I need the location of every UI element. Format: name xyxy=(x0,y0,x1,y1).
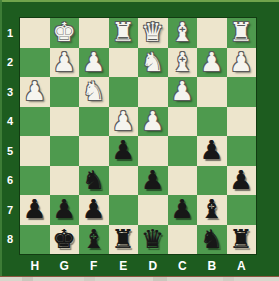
black-pawn: ♟ xyxy=(20,195,50,225)
square-g3[interactable] xyxy=(50,77,80,107)
white-pawn: ♟ xyxy=(50,48,80,78)
rank-label-2: 2 xyxy=(0,48,20,78)
square-e1[interactable]: ♜ xyxy=(109,18,139,48)
file-label-h: H xyxy=(20,254,50,277)
square-h3[interactable]: ♟ xyxy=(20,77,50,107)
white-pawn: ♟ xyxy=(138,107,168,137)
square-a4[interactable] xyxy=(227,107,257,137)
black-pawn: ♟ xyxy=(50,195,80,225)
black-pawn: ♟ xyxy=(138,166,168,196)
square-f5[interactable] xyxy=(79,136,109,166)
square-c6[interactable] xyxy=(168,166,198,196)
chess-board: ♚♜♛♝♜♟♟♞♝♟♟♟♞♟♟♟♟♟♞♟♟♟♟♟♟♝♚♝♜♛♞♜ xyxy=(20,18,256,254)
square-e5[interactable]: ♟ xyxy=(109,136,139,166)
square-a6[interactable]: ♟ xyxy=(227,166,257,196)
square-h6[interactable] xyxy=(20,166,50,196)
square-c2[interactable]: ♝ xyxy=(168,48,198,78)
white-pawn: ♟ xyxy=(79,48,109,78)
rank-label-8: 8 xyxy=(0,225,20,255)
black-rook: ♜ xyxy=(227,225,257,255)
black-pawn: ♟ xyxy=(227,166,257,196)
square-b6[interactable] xyxy=(197,166,227,196)
black-queen: ♛ xyxy=(138,225,168,255)
square-d3[interactable] xyxy=(138,77,168,107)
square-g1[interactable]: ♚ xyxy=(50,18,80,48)
rank-label-1: 1 xyxy=(0,18,20,48)
square-c7[interactable]: ♟ xyxy=(168,195,198,225)
square-a3[interactable] xyxy=(227,77,257,107)
square-d7[interactable] xyxy=(138,195,168,225)
file-label-a: A xyxy=(227,254,257,277)
square-a5[interactable] xyxy=(227,136,257,166)
square-b2[interactable]: ♟ xyxy=(197,48,227,78)
square-f7[interactable]: ♟ xyxy=(79,195,109,225)
square-c1[interactable]: ♝ xyxy=(168,18,198,48)
white-knight: ♞ xyxy=(138,48,168,78)
white-queen: ♛ xyxy=(138,18,168,48)
rank-label-6: 6 xyxy=(0,166,20,196)
square-d6[interactable]: ♟ xyxy=(138,166,168,196)
square-f2[interactable]: ♟ xyxy=(79,48,109,78)
rank-label-7: 7 xyxy=(0,195,20,225)
square-b4[interactable] xyxy=(197,107,227,137)
white-pawn: ♟ xyxy=(227,48,257,78)
square-c5[interactable] xyxy=(168,136,198,166)
white-pawn: ♟ xyxy=(197,48,227,78)
black-bishop: ♝ xyxy=(197,195,227,225)
black-pawn: ♟ xyxy=(168,195,198,225)
square-c8[interactable] xyxy=(168,225,198,255)
rank-label-3: 3 xyxy=(0,77,20,107)
square-b1[interactable] xyxy=(197,18,227,48)
square-f3[interactable]: ♞ xyxy=(79,77,109,107)
black-pawn: ♟ xyxy=(79,195,109,225)
square-h2[interactable] xyxy=(20,48,50,78)
square-e7[interactable] xyxy=(109,195,139,225)
square-g8[interactable]: ♚ xyxy=(50,225,80,255)
image-edge-artifact xyxy=(0,276,279,281)
square-g6[interactable] xyxy=(50,166,80,196)
file-label-e: E xyxy=(109,254,139,277)
square-f8[interactable]: ♝ xyxy=(79,225,109,255)
white-pawn: ♟ xyxy=(168,77,198,107)
square-e3[interactable] xyxy=(109,77,139,107)
black-pawn: ♟ xyxy=(109,136,139,166)
black-knight: ♞ xyxy=(197,225,227,255)
frame-top-highlight xyxy=(0,0,279,2)
white-pawn: ♟ xyxy=(20,77,50,107)
square-f1[interactable] xyxy=(79,18,109,48)
square-c3[interactable]: ♟ xyxy=(168,77,198,107)
file-label-d: D xyxy=(138,254,168,277)
white-rook: ♜ xyxy=(227,18,257,48)
square-h4[interactable] xyxy=(20,107,50,137)
rank-label-4: 4 xyxy=(0,107,20,137)
square-e2[interactable] xyxy=(109,48,139,78)
square-f6[interactable]: ♞ xyxy=(79,166,109,196)
square-d5[interactable] xyxy=(138,136,168,166)
square-e6[interactable] xyxy=(109,166,139,196)
square-e8[interactable]: ♜ xyxy=(109,225,139,255)
file-label-c: C xyxy=(168,254,198,277)
chess-diagram-frame: 12345678 ♚♜♛♝♜♟♟♞♝♟♟♟♞♟♟♟♟♟♞♟♟♟♟♟♟♝♚♝♜♛♞… xyxy=(0,0,279,281)
square-d1[interactable]: ♛ xyxy=(138,18,168,48)
square-a7[interactable] xyxy=(227,195,257,225)
rank-label-5: 5 xyxy=(0,136,20,166)
black-king: ♚ xyxy=(50,225,80,255)
black-knight: ♞ xyxy=(79,166,109,196)
square-g7[interactable]: ♟ xyxy=(50,195,80,225)
square-d8[interactable]: ♛ xyxy=(138,225,168,255)
black-rook: ♜ xyxy=(109,225,139,255)
white-king: ♚ xyxy=(50,18,80,48)
square-h5[interactable] xyxy=(20,136,50,166)
square-a2[interactable]: ♟ xyxy=(227,48,257,78)
square-d2[interactable]: ♞ xyxy=(138,48,168,78)
rank-labels: 12345678 xyxy=(0,18,20,254)
square-g5[interactable] xyxy=(50,136,80,166)
square-b7[interactable]: ♝ xyxy=(197,195,227,225)
square-c4[interactable] xyxy=(168,107,198,137)
square-h8[interactable] xyxy=(20,225,50,255)
square-b8[interactable]: ♞ xyxy=(197,225,227,255)
square-a1[interactable]: ♜ xyxy=(227,18,257,48)
black-pawn: ♟ xyxy=(197,136,227,166)
file-label-g: G xyxy=(50,254,80,277)
file-labels: HGFEDCBA xyxy=(20,254,256,277)
black-bishop: ♝ xyxy=(79,225,109,255)
square-b5[interactable]: ♟ xyxy=(197,136,227,166)
white-rook: ♜ xyxy=(109,18,139,48)
square-d4[interactable]: ♟ xyxy=(138,107,168,137)
white-pawn: ♟ xyxy=(109,107,139,137)
file-label-f: F xyxy=(79,254,109,277)
square-a8[interactable]: ♜ xyxy=(227,225,257,255)
white-knight: ♞ xyxy=(79,77,109,107)
square-e4[interactable]: ♟ xyxy=(109,107,139,137)
square-h7[interactable]: ♟ xyxy=(20,195,50,225)
square-g2[interactable]: ♟ xyxy=(50,48,80,78)
file-label-b: B xyxy=(197,254,227,277)
square-h1[interactable] xyxy=(20,18,50,48)
white-bishop: ♝ xyxy=(168,18,198,48)
square-g4[interactable] xyxy=(50,107,80,137)
square-b3[interactable] xyxy=(197,77,227,107)
square-f4[interactable] xyxy=(79,107,109,137)
white-bishop: ♝ xyxy=(168,48,198,78)
